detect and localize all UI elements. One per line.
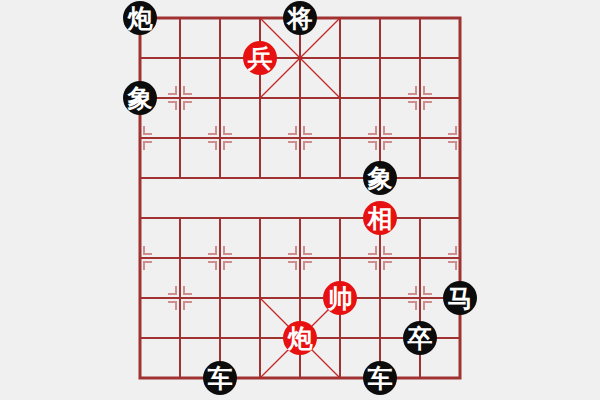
piece-black-horse[interactable]: 马 xyxy=(443,281,477,315)
pieces-layer: 炮将兵象象相帅马炮卒车车 xyxy=(0,0,600,400)
piece-black-chariot[interactable]: 车 xyxy=(363,361,397,395)
piece-red-cannon[interactable]: 炮 xyxy=(283,321,317,355)
piece-black-cannon[interactable]: 炮 xyxy=(123,1,157,35)
piece-black-soldier[interactable]: 卒 xyxy=(403,321,437,355)
piece-black-elephant[interactable]: 象 xyxy=(363,161,397,195)
piece-red-soldier[interactable]: 兵 xyxy=(243,41,277,75)
piece-red-elephant[interactable]: 相 xyxy=(363,201,397,235)
piece-red-general[interactable]: 帅 xyxy=(323,281,357,315)
piece-black-general[interactable]: 将 xyxy=(283,1,317,35)
piece-black-elephant[interactable]: 象 xyxy=(123,81,157,115)
piece-black-chariot[interactable]: 车 xyxy=(203,361,237,395)
xiangqi-app: 炮将兵象象相帅马炮卒车车 xyxy=(0,0,600,400)
